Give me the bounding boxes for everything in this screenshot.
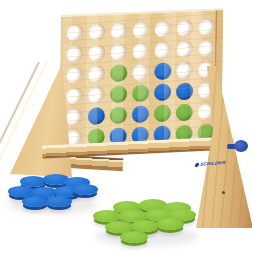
board-hole-empty[interactable] — [155, 20, 172, 38]
board-hole-empty[interactable] — [133, 21, 150, 39]
board-disc-green[interactable] — [132, 84, 149, 102]
blue-disc[interactable] — [72, 184, 98, 195]
board-disc-green[interactable] — [110, 64, 127, 82]
board-hole-empty[interactable] — [132, 63, 149, 81]
board-hole-empty[interactable] — [88, 86, 105, 104]
board-hole-empty[interactable] — [177, 19, 194, 37]
blue-disc[interactable] — [46, 196, 72, 207]
board-hole-empty[interactable] — [176, 40, 193, 58]
board-disc-blue[interactable] — [154, 62, 171, 80]
board-hole-empty[interactable] — [88, 65, 105, 83]
board-disc-green[interactable] — [110, 85, 127, 103]
board-hole-empty[interactable] — [132, 42, 149, 60]
board-hole-empty[interactable] — [198, 40, 215, 58]
board-hole-empty[interactable] — [67, 24, 84, 42]
board-disc-green[interactable] — [154, 104, 171, 122]
board-hole-empty[interactable] — [110, 43, 127, 61]
connect-four-scene: SCHILDKRÖT — [0, 0, 253, 253]
board-disc-green[interactable] — [110, 106, 127, 124]
green-disc[interactable] — [120, 231, 148, 243]
board-hole-empty[interactable] — [199, 19, 216, 37]
blue-disc[interactable] — [22, 196, 48, 207]
knob-bulb — [234, 140, 248, 152]
board-disc-blue[interactable] — [154, 83, 171, 101]
board-hole-empty[interactable] — [88, 44, 105, 62]
left-leg — [8, 60, 74, 180]
board-disc-blue[interactable] — [88, 107, 105, 125]
release-knob[interactable] — [227, 139, 248, 153]
green-disc[interactable] — [156, 218, 184, 230]
right-leg: SCHILDKRÖT — [180, 64, 253, 230]
board-hole-empty[interactable] — [89, 23, 106, 41]
board-hole-empty[interactable] — [154, 41, 171, 59]
board-disc-blue[interactable] — [132, 105, 149, 123]
screw-icon — [222, 191, 225, 194]
board-hole-empty[interactable] — [111, 22, 128, 40]
